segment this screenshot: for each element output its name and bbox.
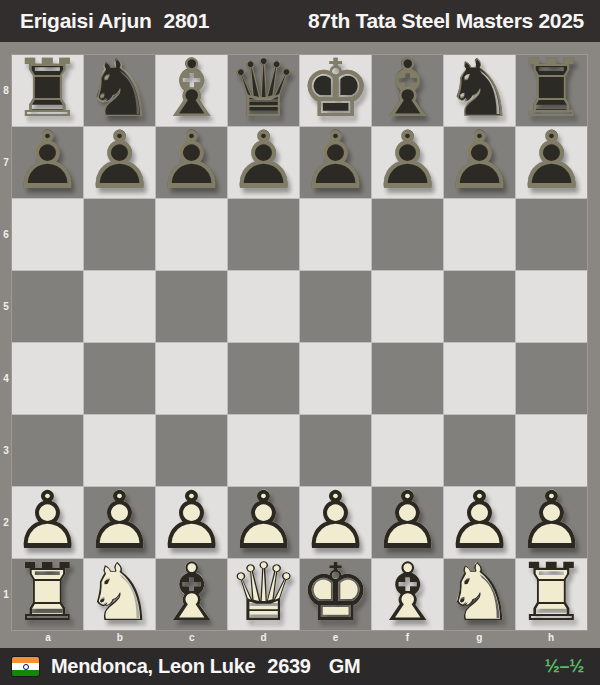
square-d5[interactable] (228, 271, 299, 342)
white-player-rating: 2639 (267, 655, 310, 678)
square-d6[interactable] (228, 199, 299, 270)
white-pawn-piece: ♟♙ (372, 487, 443, 558)
file-label-g: g (443, 630, 515, 648)
board-frame: 87654321 ♜♖♞♘♝♗♛♕♚♔♝♗♞♘♜♖♟♙♟♙♟♙♟♙♟♙♟♙♟♙♟… (0, 42, 600, 648)
white-knight-piece: ♞♘ (84, 559, 155, 630)
white-player-name: Mendonca, Leon Luke (51, 655, 255, 678)
square-d1[interactable]: ♛♕ (228, 559, 299, 630)
square-f2[interactable]: ♟♙ (372, 487, 443, 558)
white-pawn-piece: ♟♙ (84, 487, 155, 558)
ashoka-chakra-icon (23, 664, 29, 670)
square-g8[interactable]: ♞♘ (444, 55, 515, 126)
square-e7[interactable]: ♟♙ (300, 127, 371, 198)
black-pawn-piece: ♟♙ (516, 127, 587, 198)
square-f6[interactable] (372, 199, 443, 270)
white-queen-piece: ♛♕ (228, 559, 299, 630)
square-b5[interactable] (84, 271, 155, 342)
file-label-d: d (228, 630, 300, 648)
rank-label-6: 6 (0, 199, 12, 271)
black-player-name: Erigaisi Arjun (20, 9, 152, 33)
black-player-line: Erigaisi Arjun 2801 (20, 9, 209, 33)
square-b2[interactable]: ♟♙ (84, 487, 155, 558)
rank-label-5: 5 (0, 271, 12, 343)
square-b3[interactable] (84, 415, 155, 486)
broadcast-frame: Erigaisi Arjun 2801 87th Tata Steel Mast… (0, 0, 600, 685)
square-d7[interactable]: ♟♙ (228, 127, 299, 198)
square-e4[interactable] (300, 343, 371, 414)
file-labels: abcdefgh (12, 630, 587, 648)
black-bishop-piece: ♝♗ (156, 55, 227, 126)
square-a5[interactable] (12, 271, 83, 342)
rank-label-4: 4 (0, 343, 12, 415)
square-b6[interactable] (84, 199, 155, 270)
square-d2[interactable]: ♟♙ (228, 487, 299, 558)
square-a1[interactable]: ♜♖ (12, 559, 83, 630)
white-bishop-piece: ♝♗ (372, 559, 443, 630)
square-g3[interactable] (444, 415, 515, 486)
square-h1[interactable]: ♜♖ (516, 559, 587, 630)
file-label-h: h (515, 630, 587, 648)
square-e1[interactable]: ♚♔ (300, 559, 371, 630)
square-h6[interactable] (516, 199, 587, 270)
square-h8[interactable]: ♜♖ (516, 55, 587, 126)
india-flag-icon (12, 657, 39, 676)
white-rook-piece: ♜♖ (12, 559, 83, 630)
white-pawn-piece: ♟♙ (156, 487, 227, 558)
black-pawn-piece: ♟♙ (228, 127, 299, 198)
square-f7[interactable]: ♟♙ (372, 127, 443, 198)
square-c7[interactable]: ♟♙ (156, 127, 227, 198)
square-h5[interactable] (516, 271, 587, 342)
square-f1[interactable]: ♝♗ (372, 559, 443, 630)
square-d3[interactable] (228, 415, 299, 486)
square-h3[interactable] (516, 415, 587, 486)
black-pawn-piece: ♟♙ (12, 127, 83, 198)
black-knight-piece: ♞♘ (444, 55, 515, 126)
square-c8[interactable]: ♝♗ (156, 55, 227, 126)
square-a7[interactable]: ♟♙ (12, 127, 83, 198)
white-knight-piece: ♞♘ (444, 559, 515, 630)
square-g7[interactable]: ♟♙ (444, 127, 515, 198)
square-b1[interactable]: ♞♘ (84, 559, 155, 630)
square-c1[interactable]: ♝♗ (156, 559, 227, 630)
white-pawn-piece: ♟♙ (12, 487, 83, 558)
white-player-title: GM (329, 655, 361, 678)
square-e8[interactable]: ♚♔ (300, 55, 371, 126)
square-f4[interactable] (372, 343, 443, 414)
square-b4[interactable] (84, 343, 155, 414)
black-bishop-piece: ♝♗ (372, 55, 443, 126)
square-g4[interactable] (444, 343, 515, 414)
white-player-line: Mendonca, Leon Luke 2639 GM (12, 655, 360, 678)
square-f5[interactable] (372, 271, 443, 342)
black-pawn-piece: ♟♙ (156, 127, 227, 198)
white-pawn-piece: ♟♙ (444, 487, 515, 558)
black-pawn-piece: ♟♙ (444, 127, 515, 198)
white-bishop-piece: ♝♗ (156, 559, 227, 630)
file-label-b: b (84, 630, 156, 648)
black-rook-piece: ♜♖ (516, 55, 587, 126)
square-g2[interactable]: ♟♙ (444, 487, 515, 558)
white-king-piece: ♚♔ (300, 559, 371, 630)
file-label-c: c (156, 630, 228, 648)
square-c3[interactable] (156, 415, 227, 486)
square-e6[interactable] (300, 199, 371, 270)
rank-label-7: 7 (0, 127, 12, 199)
square-h2[interactable]: ♟♙ (516, 487, 587, 558)
square-g6[interactable] (444, 199, 515, 270)
top-bar: Erigaisi Arjun 2801 87th Tata Steel Mast… (0, 0, 600, 42)
square-d8[interactable]: ♛♕ (228, 55, 299, 126)
black-pawn-piece: ♟♙ (84, 127, 155, 198)
square-d4[interactable] (228, 343, 299, 414)
rank-label-2: 2 (0, 486, 12, 558)
black-knight-piece: ♞♘ (84, 55, 155, 126)
square-h7[interactable]: ♟♙ (516, 127, 587, 198)
bottom-bar: Mendonca, Leon Luke 2639 GM ½–½ (0, 648, 600, 685)
file-label-f: f (371, 630, 443, 648)
black-rook-piece: ♜♖ (12, 55, 83, 126)
square-a8[interactable]: ♜♖ (12, 55, 83, 126)
white-pawn-piece: ♟♙ (516, 487, 587, 558)
square-c2[interactable]: ♟♙ (156, 487, 227, 558)
rank-label-8: 8 (0, 55, 12, 127)
square-a4[interactable] (12, 343, 83, 414)
rank-labels: 87654321 (0, 55, 12, 630)
square-a6[interactable] (12, 199, 83, 270)
rank-label-3: 3 (0, 414, 12, 486)
square-b8[interactable]: ♞♘ (84, 55, 155, 126)
square-c5[interactable] (156, 271, 227, 342)
square-g5[interactable] (444, 271, 515, 342)
rank-label-1: 1 (0, 558, 12, 630)
square-c4[interactable] (156, 343, 227, 414)
black-pawn-piece: ♟♙ (300, 127, 371, 198)
square-f3[interactable] (372, 415, 443, 486)
game-result: ½–½ (545, 656, 584, 677)
square-e5[interactable] (300, 271, 371, 342)
square-e3[interactable] (300, 415, 371, 486)
black-king-piece: ♚♔ (300, 55, 371, 126)
white-pawn-piece: ♟♙ (300, 487, 371, 558)
white-rook-piece: ♜♖ (516, 559, 587, 630)
square-c6[interactable] (156, 199, 227, 270)
file-label-a: a (12, 630, 84, 648)
square-a3[interactable] (12, 415, 83, 486)
file-label-e: e (300, 630, 372, 648)
board-grid: ♜♖♞♘♝♗♛♕♚♔♝♗♞♘♜♖♟♙♟♙♟♙♟♙♟♙♟♙♟♙♟♙♟♙♟♙♟♙♟♙… (12, 55, 587, 630)
square-b7[interactable]: ♟♙ (84, 127, 155, 198)
square-a2[interactable]: ♟♙ (12, 487, 83, 558)
square-e2[interactable]: ♟♙ (300, 487, 371, 558)
event-title: 87th Tata Steel Masters 2025 (308, 9, 584, 33)
black-pawn-piece: ♟♙ (372, 127, 443, 198)
square-h4[interactable] (516, 343, 587, 414)
black-player-rating: 2801 (164, 9, 210, 33)
square-g1[interactable]: ♞♘ (444, 559, 515, 630)
square-f8[interactable]: ♝♗ (372, 55, 443, 126)
white-pawn-piece: ♟♙ (228, 487, 299, 558)
black-queen-piece: ♛♕ (228, 55, 299, 126)
